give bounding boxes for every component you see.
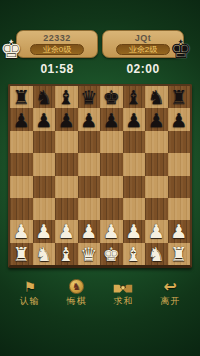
square-a6[interactable] <box>10 131 33 153</box>
black-knight: ♞ <box>35 86 52 108</box>
black-pawn: ♟ <box>80 109 97 131</box>
white-pawn: ♟ <box>80 220 97 242</box>
square-e6[interactable] <box>100 131 123 153</box>
black-king-icon: ♚ <box>170 37 192 63</box>
white-king: ♚ <box>103 243 120 265</box>
black-pawn: ♟ <box>13 109 30 131</box>
square-c4[interactable] <box>55 176 78 198</box>
square-b3[interactable] <box>33 198 56 220</box>
black-pawn: ♟ <box>148 109 165 131</box>
square-a4[interactable] <box>10 176 33 198</box>
square-f2[interactable]: ♟ <box>123 220 146 242</box>
white-pawn: ♟ <box>13 220 30 242</box>
resign-button[interactable]: ⚑ 认输 <box>13 278 47 306</box>
white-bishop: ♝ <box>58 243 75 265</box>
white-pawn: ♟ <box>170 220 187 242</box>
bottom-toolbar: ⚑ 认输 ♞ 悔棋 求和 ↩ 离开 <box>0 278 200 312</box>
resign-flag-icon: ⚑ <box>24 279 37 295</box>
square-b8[interactable]: ♞ <box>33 86 56 108</box>
black-pawn: ♟ <box>58 109 75 131</box>
leave-button[interactable]: ↩ 离开 <box>153 278 187 306</box>
square-f6[interactable] <box>123 131 146 153</box>
square-c3[interactable] <box>55 198 78 220</box>
square-c6[interactable] <box>55 131 78 153</box>
square-h2[interactable]: ♟ <box>168 220 191 242</box>
square-h4[interactable] <box>168 176 191 198</box>
square-d5[interactable] <box>78 153 101 175</box>
square-a8[interactable]: ♜ <box>10 86 33 108</box>
white-knight: ♞ <box>148 243 165 265</box>
square-d7[interactable]: ♟ <box>78 108 101 130</box>
undo-move-button[interactable]: ♞ 悔棋 <box>60 278 94 306</box>
white-pawn: ♟ <box>125 220 142 242</box>
square-f1[interactable]: ♝ <box>123 243 146 265</box>
handshake-icon <box>113 280 133 294</box>
white-player-name: 22332 <box>43 33 71 43</box>
white-rook: ♜ <box>170 243 187 265</box>
board-frame: ♜♞♝♛♚♝♞♜♟♟♟♟♟♟♟♟♟♟♟♟♟♟♟♟♜♞♝♛♚♝♞♜ <box>8 84 192 268</box>
black-pawn: ♟ <box>170 109 187 131</box>
square-c8[interactable]: ♝ <box>55 86 78 108</box>
black-rating-badge: 业余2级 <box>116 44 170 55</box>
square-e3[interactable] <box>100 198 123 220</box>
square-h3[interactable] <box>168 198 191 220</box>
square-b1[interactable]: ♞ <box>33 243 56 265</box>
undo-label: 悔棋 <box>67 296 87 306</box>
square-e4[interactable] <box>100 176 123 198</box>
square-a5[interactable] <box>10 153 33 175</box>
square-g6[interactable] <box>145 131 168 153</box>
black-clock: 02:00 <box>102 62 184 76</box>
chess-board[interactable]: ♜♞♝♛♚♝♞♜♟♟♟♟♟♟♟♟♟♟♟♟♟♟♟♟♜♞♝♛♚♝♞♜ <box>10 86 190 265</box>
white-knight: ♞ <box>35 243 52 265</box>
white-clock: 01:58 <box>16 62 98 76</box>
white-pawn: ♟ <box>148 220 165 242</box>
square-f3[interactable] <box>123 198 146 220</box>
white-pawn: ♟ <box>35 220 52 242</box>
square-e1[interactable]: ♚ <box>100 243 123 265</box>
square-f8[interactable]: ♝ <box>123 86 146 108</box>
undo-icon: ♞ <box>69 279 84 294</box>
square-h6[interactable] <box>168 131 191 153</box>
leave-label: 离开 <box>160 296 180 306</box>
white-rook: ♜ <box>13 243 30 265</box>
white-queen: ♛ <box>80 243 97 265</box>
white-rating-badge: 业余0级 <box>30 44 84 55</box>
square-g4[interactable] <box>145 176 168 198</box>
square-c5[interactable] <box>55 153 78 175</box>
square-b4[interactable] <box>33 176 56 198</box>
square-h8[interactable]: ♜ <box>168 86 191 108</box>
square-b6[interactable] <box>33 131 56 153</box>
square-g2[interactable]: ♟ <box>145 220 168 242</box>
black-player-name: JQt <box>135 33 152 43</box>
player-card-white: 22332 业余0级 <box>16 30 98 58</box>
black-queen: ♛ <box>80 86 97 108</box>
square-h7[interactable]: ♟ <box>168 108 191 130</box>
square-e8[interactable]: ♚ <box>100 86 123 108</box>
offer-draw-button[interactable]: 求和 <box>106 278 140 306</box>
square-c1[interactable]: ♝ <box>55 243 78 265</box>
square-f7[interactable]: ♟ <box>123 108 146 130</box>
square-g5[interactable] <box>145 153 168 175</box>
square-b5[interactable] <box>33 153 56 175</box>
square-h5[interactable] <box>168 153 191 175</box>
draw-label: 求和 <box>113 296 133 306</box>
square-c7[interactable]: ♟ <box>55 108 78 130</box>
square-a1[interactable]: ♜ <box>10 243 33 265</box>
white-bishop: ♝ <box>125 243 142 265</box>
black-pawn: ♟ <box>125 109 142 131</box>
black-knight: ♞ <box>148 86 165 108</box>
white-pawn: ♟ <box>103 220 120 242</box>
square-g8[interactable]: ♞ <box>145 86 168 108</box>
square-d3[interactable] <box>78 198 101 220</box>
black-pawn: ♟ <box>35 109 52 131</box>
square-a2[interactable]: ♟ <box>10 220 33 242</box>
square-d2[interactable]: ♟ <box>78 220 101 242</box>
black-pawn: ♟ <box>103 109 120 131</box>
square-f4[interactable] <box>123 176 146 198</box>
square-c2[interactable]: ♟ <box>55 220 78 242</box>
square-h1[interactable]: ♜ <box>168 243 191 265</box>
square-g1[interactable]: ♞ <box>145 243 168 265</box>
square-b2[interactable]: ♟ <box>33 220 56 242</box>
resign-label: 认输 <box>20 296 40 306</box>
square-g3[interactable] <box>145 198 168 220</box>
black-bishop: ♝ <box>58 86 75 108</box>
square-a7[interactable]: ♟ <box>10 108 33 130</box>
square-e2[interactable]: ♟ <box>100 220 123 242</box>
square-d4[interactable] <box>78 176 101 198</box>
square-b7[interactable]: ♟ <box>33 108 56 130</box>
black-bishop: ♝ <box>125 86 142 108</box>
square-g7[interactable]: ♟ <box>145 108 168 130</box>
square-a3[interactable] <box>10 198 33 220</box>
white-king-icon: ♚ <box>0 37 22 63</box>
black-king: ♚ <box>103 86 120 108</box>
square-e5[interactable] <box>100 153 123 175</box>
square-d1[interactable]: ♛ <box>78 243 101 265</box>
square-e7[interactable]: ♟ <box>100 108 123 130</box>
leave-arrow-icon: ↩ <box>163 277 176 296</box>
black-rook: ♜ <box>13 86 30 108</box>
game-screen: ♚ ♚ 22332 业余0级 JQt 业余2级 01:58 02:00 ♜♞♝♛… <box>0 0 200 356</box>
square-f5[interactable] <box>123 153 146 175</box>
white-pawn: ♟ <box>58 220 75 242</box>
undo-knight-glyph: ♞ <box>72 282 81 292</box>
black-rook: ♜ <box>170 86 187 108</box>
square-d6[interactable] <box>78 131 101 153</box>
square-d8[interactable]: ♛ <box>78 86 101 108</box>
